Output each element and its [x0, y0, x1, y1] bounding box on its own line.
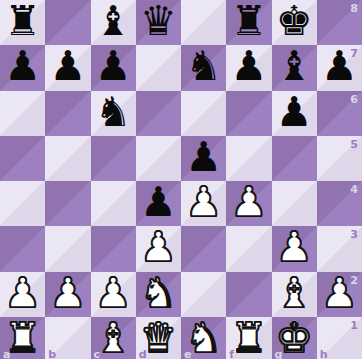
- coord-rank-7: 7: [350, 48, 358, 59]
- piece-white-pawn[interactable]: ♟: [276, 227, 313, 268]
- square-c2[interactable]: ♟: [91, 272, 136, 317]
- square-h4[interactable]: 4: [317, 181, 362, 226]
- coord-rank-6: 6: [350, 94, 358, 105]
- square-f3[interactable]: [226, 226, 271, 271]
- square-d2[interactable]: ♞: [136, 272, 181, 317]
- piece-black-pawn[interactable]: ♟: [185, 137, 222, 178]
- square-e2[interactable]: [181, 272, 226, 317]
- square-c1[interactable]: ♝c: [91, 317, 136, 359]
- square-f2[interactable]: [226, 272, 271, 317]
- square-e1[interactable]: ♞e: [181, 317, 226, 359]
- square-d6[interactable]: [136, 91, 181, 136]
- square-h6[interactable]: 6: [317, 91, 362, 136]
- coord-rank-2: 2: [350, 275, 358, 286]
- square-d1[interactable]: ♛d: [136, 317, 181, 359]
- piece-black-pawn[interactable]: ♟: [49, 46, 86, 87]
- piece-white-bishop[interactable]: ♝: [95, 318, 132, 359]
- square-g1[interactable]: ♚g: [272, 317, 317, 359]
- square-d8[interactable]: ♛: [136, 0, 181, 45]
- coord-file-d: d: [139, 349, 147, 359]
- square-a4[interactable]: [0, 181, 45, 226]
- coord-rank-8: 8: [350, 3, 358, 14]
- piece-black-knight[interactable]: ♞: [185, 46, 222, 87]
- square-c6[interactable]: ♞: [91, 91, 136, 136]
- coord-rank-4: 4: [350, 184, 358, 195]
- square-f6[interactable]: [226, 91, 271, 136]
- square-c7[interactable]: ♟: [91, 45, 136, 90]
- square-e7[interactable]: ♞: [181, 45, 226, 90]
- square-a6[interactable]: [0, 91, 45, 136]
- square-g8[interactable]: ♚: [272, 0, 317, 45]
- coord-file-g: g: [275, 349, 283, 359]
- piece-white-pawn[interactable]: ♟: [49, 273, 86, 314]
- square-b8[interactable]: [45, 0, 90, 45]
- square-a2[interactable]: ♟: [0, 272, 45, 317]
- square-c4[interactable]: [91, 181, 136, 226]
- coord-file-c: c: [94, 349, 101, 359]
- square-f5[interactable]: [226, 136, 271, 181]
- square-f8[interactable]: ♜: [226, 0, 271, 45]
- square-h5[interactable]: 5: [317, 136, 362, 181]
- square-b3[interactable]: [45, 226, 90, 271]
- square-b2[interactable]: ♟: [45, 272, 90, 317]
- square-a7[interactable]: ♟: [0, 45, 45, 90]
- square-g3[interactable]: ♟: [272, 226, 317, 271]
- coord-file-b: b: [48, 349, 56, 359]
- square-d7[interactable]: [136, 45, 181, 90]
- square-b6[interactable]: [45, 91, 90, 136]
- square-d3[interactable]: ♟: [136, 226, 181, 271]
- piece-black-pawn[interactable]: ♟: [4, 46, 41, 87]
- coord-rank-1: 1: [350, 320, 358, 331]
- square-e8[interactable]: [181, 0, 226, 45]
- piece-black-king[interactable]: ♚: [276, 1, 313, 42]
- square-h8[interactable]: 8: [317, 0, 362, 45]
- square-e6[interactable]: [181, 91, 226, 136]
- piece-black-rook[interactable]: ♜: [4, 1, 41, 42]
- square-h3[interactable]: 3: [317, 226, 362, 271]
- chess-board-container: ♜♝♛♜♚8♟♟♟♞♟♝♟7♞♟6♟5♟♟♟4♟♟3♟♟♟♞♝♟2♜ab♝c♛d…: [0, 0, 362, 359]
- square-b1[interactable]: b: [45, 317, 90, 359]
- piece-white-pawn[interactable]: ♟: [4, 273, 41, 314]
- piece-black-queen[interactable]: ♛: [140, 1, 177, 42]
- piece-white-pawn[interactable]: ♟: [185, 182, 222, 223]
- coord-file-h: h: [320, 349, 328, 359]
- square-g2[interactable]: ♝: [272, 272, 317, 317]
- square-h7[interactable]: ♟7: [317, 45, 362, 90]
- coord-file-e: e: [184, 349, 191, 359]
- coord-rank-3: 3: [350, 229, 358, 240]
- square-b7[interactable]: ♟: [45, 45, 90, 90]
- square-g5[interactable]: [272, 136, 317, 181]
- piece-black-pawn[interactable]: ♟: [230, 46, 267, 87]
- square-h1[interactable]: 1h: [317, 317, 362, 359]
- square-e4[interactable]: ♟: [181, 181, 226, 226]
- square-c5[interactable]: [91, 136, 136, 181]
- square-e5[interactable]: ♟: [181, 136, 226, 181]
- square-e3[interactable]: [181, 226, 226, 271]
- square-a8[interactable]: ♜: [0, 0, 45, 45]
- piece-white-pawn[interactable]: ♟: [140, 227, 177, 268]
- square-a5[interactable]: [0, 136, 45, 181]
- piece-black-bishop[interactable]: ♝: [276, 46, 313, 87]
- piece-white-rook[interactable]: ♜: [230, 318, 267, 359]
- coord-file-a: a: [3, 349, 10, 359]
- square-c3[interactable]: [91, 226, 136, 271]
- square-d5[interactable]: [136, 136, 181, 181]
- piece-black-knight[interactable]: ♞: [95, 92, 132, 133]
- square-a3[interactable]: [0, 226, 45, 271]
- square-f1[interactable]: ♜f: [226, 317, 271, 359]
- chess-board: ♜♝♛♜♚8♟♟♟♞♟♝♟7♞♟6♟5♟♟♟4♟♟3♟♟♟♞♝♟2♜ab♝c♛d…: [0, 0, 362, 359]
- piece-black-pawn[interactable]: ♟: [95, 46, 132, 87]
- piece-white-knight[interactable]: ♞: [140, 273, 177, 314]
- square-b4[interactable]: [45, 181, 90, 226]
- square-g4[interactable]: [272, 181, 317, 226]
- piece-white-pawn[interactable]: ♟: [230, 182, 267, 223]
- piece-black-pawn[interactable]: ♟: [276, 92, 313, 133]
- square-g7[interactable]: ♝: [272, 45, 317, 90]
- piece-black-pawn[interactable]: ♟: [140, 182, 177, 223]
- square-h2[interactable]: ♟2: [317, 272, 362, 317]
- square-f4[interactable]: ♟: [226, 181, 271, 226]
- coord-rank-5: 5: [350, 139, 358, 150]
- piece-black-bishop[interactable]: ♝: [95, 1, 132, 42]
- square-b5[interactable]: [45, 136, 90, 181]
- piece-white-bishop[interactable]: ♝: [276, 273, 313, 314]
- piece-black-rook[interactable]: ♜: [230, 1, 267, 42]
- square-g6[interactable]: ♟: [272, 91, 317, 136]
- piece-white-pawn[interactable]: ♟: [95, 273, 132, 314]
- square-f7[interactable]: ♟: [226, 45, 271, 90]
- coord-file-f: f: [229, 349, 234, 359]
- square-c8[interactable]: ♝: [91, 0, 136, 45]
- square-a1[interactable]: ♜a: [0, 317, 45, 359]
- square-d4[interactable]: ♟: [136, 181, 181, 226]
